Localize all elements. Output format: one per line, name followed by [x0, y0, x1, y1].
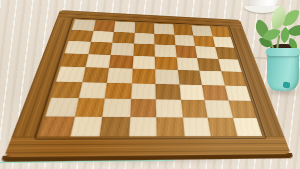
board-frame	[4, 10, 291, 157]
square-d1	[129, 117, 157, 137]
square-a3	[51, 81, 82, 98]
square-b2	[74, 98, 104, 116]
square-c1	[100, 116, 130, 136]
square-b7	[91, 31, 114, 43]
square-b6	[88, 42, 112, 55]
square-e7	[154, 33, 175, 45]
square-g5	[197, 58, 221, 71]
square-f2	[180, 100, 207, 117]
square-f3	[179, 84, 205, 100]
board-squares	[39, 19, 262, 136]
square-a2	[46, 98, 79, 117]
square-c6	[111, 43, 134, 56]
square-b1	[70, 116, 102, 136]
square-a7	[68, 30, 93, 42]
square-f7	[174, 34, 195, 46]
square-c7	[112, 32, 134, 44]
square-e3	[155, 84, 180, 100]
square-e6	[154, 44, 176, 57]
square-b4	[82, 67, 109, 82]
square-f1	[182, 117, 211, 136]
square-a6	[65, 41, 91, 54]
square-a8	[72, 19, 95, 30]
square-d4	[131, 69, 155, 84]
square-e4	[155, 69, 179, 84]
square-b5	[85, 54, 111, 68]
square-d5	[132, 55, 155, 69]
square-h4	[221, 71, 246, 85]
square-f4	[177, 70, 201, 85]
chessboard	[4, 10, 291, 157]
square-c2	[102, 99, 130, 117]
square-c3	[105, 82, 132, 98]
square-f6	[175, 45, 197, 58]
square-h6	[215, 47, 238, 59]
square-c5	[109, 55, 133, 69]
square-g2	[205, 100, 233, 117]
square-e1	[156, 117, 184, 136]
square-g3	[202, 85, 228, 101]
square-f5	[176, 57, 199, 71]
square-d2	[130, 99, 157, 117]
square-a5	[61, 53, 88, 67]
square-a1	[39, 116, 74, 137]
square-e2	[156, 99, 182, 117]
plant-pot-label	[283, 82, 291, 89]
square-b3	[78, 82, 107, 99]
square-h3	[224, 85, 251, 101]
square-a4	[56, 66, 85, 81]
square-h5	[218, 59, 242, 72]
square-d3	[131, 83, 156, 99]
square-d6	[133, 44, 155, 57]
square-e5	[155, 56, 178, 70]
square-d7	[134, 33, 155, 45]
square-c4	[107, 68, 132, 83]
photo-scene	[0, 0, 300, 169]
